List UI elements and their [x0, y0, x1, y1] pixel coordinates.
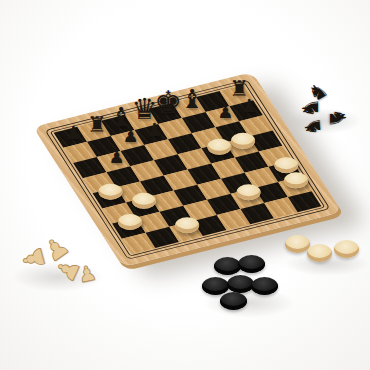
offboard-black-checker — [227, 275, 254, 293]
offboard-black-checker — [238, 255, 265, 273]
cast-shadow — [12, 262, 104, 292]
checker-piece — [207, 139, 231, 155]
offboard-black-checker — [202, 277, 229, 295]
offboard-black-knight: ♞ — [305, 79, 332, 107]
checker-piece — [284, 172, 308, 188]
checker-piece — [231, 133, 255, 149]
checker-piece — [98, 184, 122, 200]
checker-piece — [237, 184, 261, 200]
checker-piece — [118, 214, 142, 230]
product-photo-scene: ♟♜♝♛♚♝♜♟♟♟♟♟ ♞♞♞♞ ♟♟♟♟ — [0, 0, 370, 370]
board-grid: ♟♜♝♛♚♝♜♟♟♟♟♟ — [54, 85, 322, 254]
offboard-black-checker — [220, 292, 247, 310]
checker-piece — [132, 193, 156, 209]
offboard-light-checker — [334, 240, 359, 258]
offboard-black-checker — [214, 257, 241, 275]
checker-piece — [175, 217, 199, 233]
checker-piece — [274, 157, 298, 173]
offboard-light-checker — [307, 244, 332, 262]
offboard-black-checker — [251, 277, 278, 295]
cast-shadow — [288, 108, 362, 134]
